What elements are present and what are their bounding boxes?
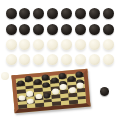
board-checker-black [42, 82, 49, 88]
tray-checker-white [89, 39, 100, 50]
tray-checker-black [75, 24, 86, 35]
tray-checker-white [103, 39, 114, 50]
tray-checker-white [89, 54, 100, 65]
offboard-black-checker [100, 87, 109, 96]
tray-checker-black [89, 24, 100, 35]
board-checker-white [35, 94, 42, 100]
tray-checker-white [19, 54, 30, 65]
tray-checker-black [103, 24, 114, 35]
tray-checker-black [61, 8, 72, 19]
tray-checker-black [19, 24, 30, 35]
tray-checker-black [61, 24, 72, 35]
checkers-board [11, 69, 90, 113]
board-checker-black [76, 71, 83, 77]
tray-checker-white [103, 54, 114, 65]
board-checker-black [51, 77, 58, 83]
tray-checker-white [33, 54, 44, 65]
board-checker-black [25, 76, 32, 82]
tray-checker-black [47, 24, 58, 35]
tray-checker-white [47, 39, 58, 50]
tray-checker-black [19, 8, 30, 19]
board-checker-white [18, 95, 25, 101]
checkers-set-photo [0, 0, 125, 125]
tray-checker-black [47, 8, 58, 19]
tray-checker-black [6, 24, 17, 35]
board-checker-black [34, 79, 41, 85]
tray-checker-black [33, 8, 44, 19]
tray-checker-black [33, 24, 44, 35]
board-checker-black [68, 76, 75, 82]
tray-checker-white [75, 54, 86, 65]
tray-checker-white [61, 54, 72, 65]
tray-checker-white [75, 39, 86, 50]
tray-checker-white [33, 39, 44, 50]
board-checker-white [52, 88, 59, 94]
board-checker-black [17, 80, 24, 86]
tray-checker-white [61, 39, 72, 50]
tray-checker-black [75, 8, 86, 19]
board-checker-white [60, 84, 67, 90]
board-checker-white [69, 87, 76, 93]
tray-checker-white [6, 39, 17, 50]
board-checker-white [77, 82, 84, 88]
tray-checker-black [103, 8, 114, 19]
offboard-white-checker [1, 72, 9, 80]
tray-checker-white [47, 54, 58, 65]
tray-checker-white [19, 39, 30, 50]
board-checker-white [26, 91, 33, 97]
board-checker-black [43, 93, 50, 99]
board-pieces [16, 73, 86, 109]
tray-checker-white [6, 54, 17, 65]
board-checker-white [27, 98, 34, 104]
tray-checker-black [89, 8, 100, 19]
board-checker-black [42, 74, 49, 80]
tray-checker-black [6, 8, 17, 19]
board-checker-black [59, 73, 66, 79]
